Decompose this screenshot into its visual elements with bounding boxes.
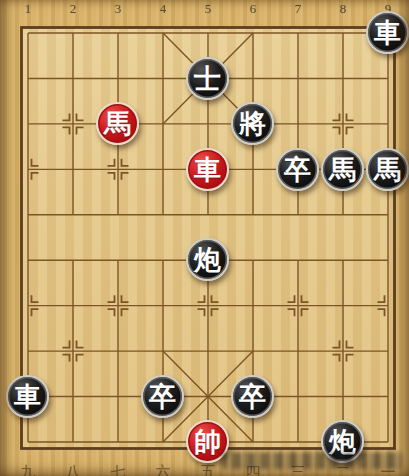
pieces-layer: 車士馬將車卒馬馬炮車卒卒帥炮 <box>5 10 409 464</box>
piece-red-horse[interactable]: 馬 <box>96 102 139 145</box>
file-label-bottom: 九 <box>16 463 40 476</box>
piece-black-horse[interactable]: 馬 <box>366 148 409 191</box>
file-label-bottom: 五 <box>196 463 220 476</box>
file-label-bottom: 六 <box>151 463 175 476</box>
piece-black-general[interactable]: 將 <box>231 102 274 145</box>
piece-black-soldier[interactable]: 卒 <box>276 148 319 191</box>
piece-black-soldier[interactable]: 卒 <box>141 375 184 418</box>
piece-black-horse[interactable]: 馬 <box>321 148 364 191</box>
piece-black-chariot[interactable]: 車 <box>366 11 409 54</box>
xiangqi-board-screenshot: 123456789 九八七六五四三二一 車士馬將車卒馬馬炮車卒卒帥炮 <box>0 0 409 476</box>
piece-red-chariot[interactable]: 車 <box>186 148 229 191</box>
piece-black-soldier[interactable]: 卒 <box>231 375 274 418</box>
file-label-bottom: 七 <box>106 463 130 476</box>
piece-black-cannon[interactable]: 炮 <box>186 238 229 281</box>
piece-black-advisor[interactable]: 士 <box>186 57 229 100</box>
file-label-bottom: 八 <box>61 463 85 476</box>
piece-black-chariot[interactable]: 車 <box>6 375 49 418</box>
watermark-smudge <box>222 452 402 469</box>
